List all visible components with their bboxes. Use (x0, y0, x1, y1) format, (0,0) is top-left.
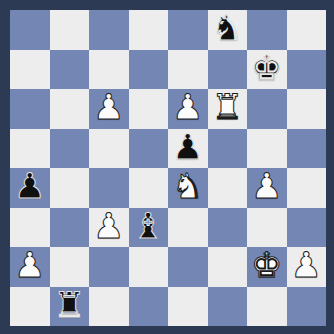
square-b5[interactable] (50, 129, 90, 169)
chess-board: ♞♚♟♟♜♟♟♞♟♟♝♟♚♟♜ (10, 10, 326, 326)
square-d3[interactable]: ♝ (129, 208, 169, 248)
square-a1[interactable] (10, 287, 50, 327)
square-b6[interactable] (50, 89, 90, 129)
square-g6[interactable] (247, 89, 287, 129)
square-c4[interactable] (89, 168, 129, 208)
white-pawn[interactable]: ♟ (172, 90, 203, 125)
square-h2[interactable]: ♟ (287, 247, 327, 287)
white-pawn[interactable]: ♟ (93, 209, 124, 244)
square-c6[interactable]: ♟ (89, 89, 129, 129)
square-h1[interactable] (287, 287, 327, 327)
square-e7[interactable] (168, 50, 208, 90)
square-b2[interactable] (50, 247, 90, 287)
square-h8[interactable] (287, 10, 327, 50)
square-d5[interactable] (129, 129, 169, 169)
square-f1[interactable] (208, 287, 248, 327)
square-c7[interactable] (89, 50, 129, 90)
square-e2[interactable] (168, 247, 208, 287)
white-pawn[interactable]: ♟ (291, 248, 322, 283)
white-pawn[interactable]: ♟ (93, 90, 124, 125)
square-h3[interactable] (287, 208, 327, 248)
square-b7[interactable] (50, 50, 90, 90)
board-frame: ♞♚♟♟♜♟♟♞♟♟♝♟♚♟♜ (0, 0, 334, 334)
black-pawn[interactable]: ♟ (14, 169, 45, 204)
square-e5[interactable]: ♟ (168, 129, 208, 169)
square-f7[interactable] (208, 50, 248, 90)
square-f3[interactable] (208, 208, 248, 248)
square-b4[interactable] (50, 168, 90, 208)
square-d1[interactable] (129, 287, 169, 327)
white-knight[interactable]: ♞ (172, 169, 203, 204)
white-king[interactable]: ♚ (251, 248, 282, 283)
square-c8[interactable] (89, 10, 129, 50)
square-g5[interactable] (247, 129, 287, 169)
black-rook[interactable]: ♜ (54, 288, 85, 323)
square-f2[interactable] (208, 247, 248, 287)
white-rook[interactable]: ♜ (212, 90, 243, 125)
square-e1[interactable] (168, 287, 208, 327)
square-e8[interactable] (168, 10, 208, 50)
black-king[interactable]: ♚ (251, 51, 282, 86)
square-g8[interactable] (247, 10, 287, 50)
square-f8[interactable]: ♞ (208, 10, 248, 50)
square-g2[interactable]: ♚ (247, 247, 287, 287)
square-d8[interactable] (129, 10, 169, 50)
square-c2[interactable] (89, 247, 129, 287)
square-h7[interactable] (287, 50, 327, 90)
square-b3[interactable] (50, 208, 90, 248)
square-b1[interactable]: ♜ (50, 287, 90, 327)
square-g1[interactable] (247, 287, 287, 327)
square-g7[interactable]: ♚ (247, 50, 287, 90)
black-bishop[interactable]: ♝ (133, 209, 164, 244)
white-pawn[interactable]: ♟ (251, 169, 282, 204)
square-c1[interactable] (89, 287, 129, 327)
square-f5[interactable] (208, 129, 248, 169)
square-a6[interactable] (10, 89, 50, 129)
black-knight[interactable]: ♞ (212, 11, 243, 46)
black-pawn[interactable]: ♟ (172, 130, 203, 165)
white-pawn[interactable]: ♟ (14, 248, 45, 283)
square-c3[interactable]: ♟ (89, 208, 129, 248)
square-e4[interactable]: ♞ (168, 168, 208, 208)
square-b8[interactable] (50, 10, 90, 50)
square-a2[interactable]: ♟ (10, 247, 50, 287)
square-a4[interactable]: ♟ (10, 168, 50, 208)
square-a3[interactable] (10, 208, 50, 248)
square-h5[interactable] (287, 129, 327, 169)
square-d6[interactable] (129, 89, 169, 129)
square-e3[interactable] (168, 208, 208, 248)
square-a8[interactable] (10, 10, 50, 50)
square-f4[interactable] (208, 168, 248, 208)
square-d4[interactable] (129, 168, 169, 208)
square-a5[interactable] (10, 129, 50, 169)
square-e6[interactable]: ♟ (168, 89, 208, 129)
square-g4[interactable]: ♟ (247, 168, 287, 208)
square-a7[interactable] (10, 50, 50, 90)
square-h4[interactable] (287, 168, 327, 208)
square-g3[interactable] (247, 208, 287, 248)
square-c5[interactable] (89, 129, 129, 169)
square-d7[interactable] (129, 50, 169, 90)
square-f6[interactable]: ♜ (208, 89, 248, 129)
square-h6[interactable] (287, 89, 327, 129)
square-d2[interactable] (129, 247, 169, 287)
